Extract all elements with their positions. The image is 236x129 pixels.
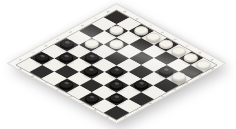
photo-scene: hgfedcba hgfedcba 87654321 87654321 (0, 0, 236, 129)
checkers-board: hgfedcba hgfedcba 87654321 87654321 (7, 3, 226, 123)
